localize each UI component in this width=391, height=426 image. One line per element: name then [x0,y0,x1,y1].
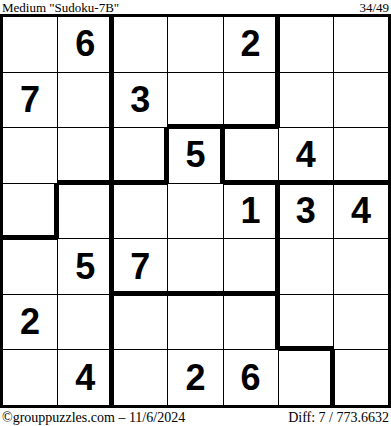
cell-r4c2[interactable] [58,184,112,239]
cell-r1c3[interactable] [113,17,167,72]
cell-r2c1[interactable]: 7 [3,73,57,128]
puzzle-page: Medium "Sudoku-7B" 34/49 627354134572426… [0,0,391,426]
copyright-text: ©grouppuzzles.com – 11/6/2024 [2,410,185,426]
cell-r2c2[interactable] [58,73,112,128]
cell-r4c6[interactable]: 3 [279,184,333,239]
cell-r7c6[interactable] [279,350,333,405]
cell-r5c1[interactable] [3,239,57,294]
cell-r4c4[interactable] [168,184,222,239]
cell-r5c4[interactable] [168,239,222,294]
cell-r5c5[interactable] [224,239,278,294]
cell-r1c7[interactable] [334,17,388,72]
cell-r3c6[interactable]: 4 [279,128,333,183]
cell-r1c1[interactable] [3,17,57,72]
cell-r6c5[interactable] [224,295,278,350]
cell-r5c2[interactable]: 5 [58,239,112,294]
cell-r5c6[interactable] [279,239,333,294]
cell-r7c5[interactable]: 6 [224,350,278,405]
puzzle-counter: 34/49 [359,1,389,14]
cell-r5c3[interactable]: 7 [113,239,167,294]
cell-r3c3[interactable] [113,128,167,183]
cell-r6c4[interactable] [168,295,222,350]
cell-r1c2[interactable]: 6 [58,17,112,72]
cell-r7c4[interactable]: 2 [168,350,222,405]
cell-r6c3[interactable] [113,295,167,350]
cell-r4c5[interactable]: 1 [224,184,278,239]
cell-r3c1[interactable] [3,128,57,183]
cell-r7c7[interactable] [334,350,388,405]
cell-r3c5[interactable] [224,128,278,183]
cell-r6c6[interactable] [279,295,333,350]
cell-r2c7[interactable] [334,73,388,128]
cell-r2c5[interactable] [224,73,278,128]
cell-r7c2[interactable]: 4 [58,350,112,405]
cell-r1c5[interactable]: 2 [224,17,278,72]
cell-r4c7[interactable]: 4 [334,184,388,239]
footer: ©grouppuzzles.com – 11/6/2024 Diff: 7 / … [0,409,391,426]
cell-r2c3[interactable]: 3 [113,73,167,128]
header: Medium "Sudoku-7B" 34/49 [0,0,391,14]
cell-r3c2[interactable] [58,128,112,183]
cell-r6c7[interactable] [334,295,388,350]
cell-r2c6[interactable] [279,73,333,128]
difficulty-text: Diff: 7 / 773.6632 [288,410,389,426]
cell-r3c4[interactable]: 5 [168,128,222,183]
cell-r7c3[interactable] [113,350,167,405]
cell-r2c4[interactable] [168,73,222,128]
cell-r7c1[interactable] [3,350,57,405]
cell-r6c2[interactable] [58,295,112,350]
cell-r5c7[interactable] [334,239,388,294]
cell-r1c4[interactable] [168,17,222,72]
cell-r4c3[interactable] [113,184,167,239]
cell-r4c1[interactable] [3,184,57,239]
board: 627354134572426 [0,14,391,408]
cell-r3c7[interactable] [334,128,388,183]
cell-r6c1[interactable]: 2 [3,295,57,350]
cell-r1c6[interactable] [279,17,333,72]
puzzle-title: Medium "Sudoku-7B" [2,1,119,14]
